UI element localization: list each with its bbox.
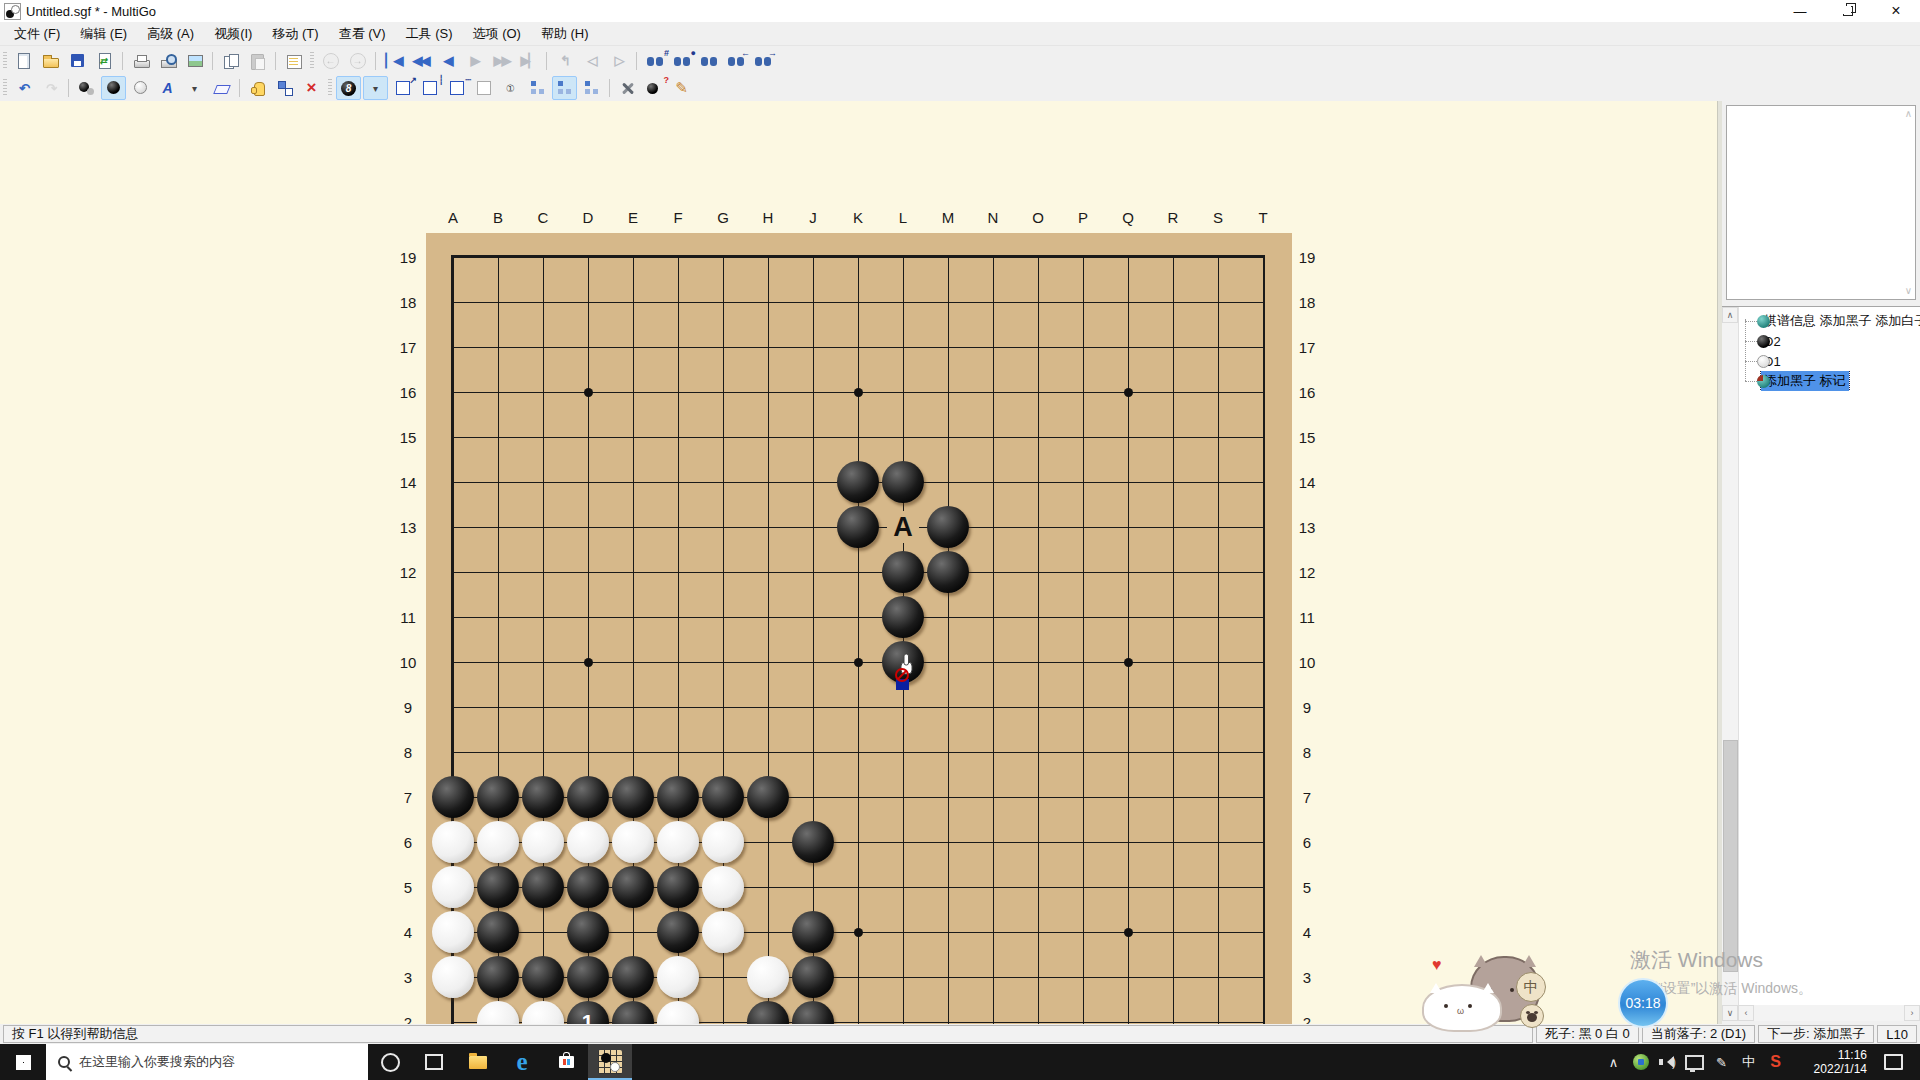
- save-all-button[interactable]: [92, 49, 117, 73]
- clock-date: 2022/1/14: [1789, 1062, 1867, 1076]
- save-file-button[interactable]: [65, 49, 90, 73]
- fast-rewind-button[interactable]: ◀◀: [408, 49, 433, 73]
- coordinate-left-number: 6: [404, 834, 412, 851]
- half-board-horizontal-button[interactable]: ┄: [444, 76, 469, 100]
- white-cat: ω: [1422, 984, 1502, 1032]
- toolbar-separator: [212, 52, 213, 70]
- pass-move-button[interactable]: [245, 76, 270, 100]
- stone-white-G4[interactable]: [702, 911, 744, 953]
- half-board-horizontal-icon: [450, 81, 464, 95]
- find-button[interactable]: [696, 49, 721, 73]
- save-file-icon: [69, 52, 87, 70]
- coordinate-top-letter: R: [1168, 209, 1179, 226]
- move-number-dropdown-icon: ▾: [373, 83, 378, 94]
- multigo-app-icon: [4, 3, 21, 20]
- clock-time: 11:16: [1789, 1048, 1867, 1062]
- tree-node-3[interactable]: D1: [1739, 351, 1920, 371]
- file-explorer-icon: [469, 1056, 487, 1069]
- board-grid[interactable]: 12: [430, 234, 1285, 1024]
- nav-forward-button[interactable]: [345, 49, 370, 73]
- move-number-label: 1: [582, 1010, 594, 1025]
- stone-white-A3[interactable]: [432, 956, 474, 998]
- status-bar: 按 F1 以得到帮助信息 死子: 黑 0 白 0 当前落子: 2 (D1) 下一…: [0, 1024, 1920, 1044]
- coordinate-right-number: 5: [1303, 879, 1311, 896]
- up-variation-button[interactable]: ↰: [552, 49, 577, 73]
- add-black-stone-icon: [105, 79, 123, 97]
- fast-forward-icon: ▶▶: [494, 53, 510, 68]
- stone-black-J2[interactable]: [792, 1001, 834, 1025]
- erase-button[interactable]: [209, 76, 234, 100]
- stone-black-D7[interactable]: [567, 776, 609, 818]
- tree-window-icon: [529, 79, 547, 97]
- find-black-move-button[interactable]: #: [642, 49, 667, 73]
- toolbar-separator: [546, 52, 547, 70]
- comment-scroll-down-icon[interactable]: ∨: [1905, 286, 1912, 296]
- tree-scroll-right-button[interactable]: ›: [1904, 1005, 1920, 1021]
- undo-button[interactable]: ↶: [11, 76, 36, 100]
- tree-scroll-up-button[interactable]: ∧: [1722, 307, 1738, 323]
- tree-scrollbar-thumb[interactable]: [1723, 740, 1738, 972]
- status-help: 按 F1 以得到帮助信息: [3, 1025, 1533, 1043]
- insert-node-button[interactable]: [272, 76, 297, 100]
- toolbar-main: ▏◀◀◀◀▶▶▶▶▏↰◁▷#●←→: [0, 45, 1920, 75]
- coordinate-top-letter: E: [628, 209, 638, 226]
- half-board-vertical-button[interactable]: ┆: [417, 76, 442, 100]
- coordinate-right-number: 2: [1303, 1014, 1311, 1025]
- window-title: Untitled.sgf * - MultiGo: [26, 4, 156, 19]
- play-mode-button[interactable]: [74, 76, 99, 100]
- find-white-move-button[interactable]: ●: [669, 49, 694, 73]
- stone-black-B3[interactable]: [477, 956, 519, 998]
- ime-language-indicator[interactable]: 中: [1735, 1044, 1762, 1080]
- coordinate-right-number: 3: [1303, 969, 1311, 986]
- new-file-icon: [15, 52, 33, 70]
- stone-white-A5[interactable]: [432, 866, 474, 908]
- coordinate-right-number: 10: [1299, 654, 1316, 671]
- add-label-button[interactable]: A: [155, 76, 180, 100]
- menu-edit[interactable]: 编辑 (E): [70, 23, 137, 45]
- mouse-cursor-no-entry: [893, 653, 919, 687]
- prev-variation-icon: ◁: [588, 53, 596, 68]
- stone-black-E3[interactable]: [612, 956, 654, 998]
- toolbar-grip: [3, 52, 7, 70]
- zoom-board-icon: [396, 81, 410, 95]
- stone-white-E6[interactable]: [612, 821, 654, 863]
- notification-icon: [1884, 1054, 1903, 1070]
- toolbar-edit: ↶↷A▾×8▾↗┆┄①?✎: [0, 75, 1920, 101]
- tree-structure-icon: [583, 79, 601, 97]
- taskbar: 在这里输入你要搜索的内容 e ∧ ) ✎ 中 S 11:16 2022/1/14: [0, 1044, 1920, 1080]
- taskbar-app-task-view[interactable]: [412, 1044, 456, 1080]
- stone-black-F4[interactable]: [657, 911, 699, 953]
- stone-black-J3[interactable]: [792, 956, 834, 998]
- stone-white-G6[interactable]: [702, 821, 744, 863]
- toolbar-separator: [375, 52, 376, 70]
- stone-black-D4[interactable]: [567, 911, 609, 953]
- tray-app-icon[interactable]: [1627, 1044, 1654, 1080]
- stone-black-M13[interactable]: [927, 506, 969, 548]
- half-board-vertical-icon: [423, 81, 437, 95]
- edge-icon: e: [516, 1048, 527, 1076]
- tree-scroll-left-button[interactable]: ‹: [1738, 1005, 1754, 1021]
- menu-options[interactable]: 选项 (O): [463, 23, 531, 45]
- comment-box[interactable]: ∧ ∨: [1726, 105, 1916, 300]
- coordinate-top-letter: B: [493, 209, 503, 226]
- toolbar-separator: [275, 52, 276, 70]
- next-move-icon: ▶: [471, 53, 479, 68]
- tree-vertical-scrollbar[interactable]: ∧: [1722, 307, 1739, 1005]
- stone-black-F7[interactable]: [657, 776, 699, 818]
- sogou-input-icon[interactable]: S: [1762, 1044, 1789, 1080]
- coordinate-left-number: 18: [400, 294, 417, 311]
- watermark-line1: 激活 Windows: [1630, 946, 1812, 974]
- tray-expand-button[interactable]: ∧: [1600, 1044, 1627, 1080]
- print-icon: [132, 52, 150, 70]
- menu-video[interactable]: 视频(I): [204, 23, 262, 45]
- coordinate-top-letter: J: [809, 209, 817, 226]
- restore-button[interactable]: [1824, 0, 1872, 22]
- coordinate-left-number: 11: [400, 609, 416, 626]
- restore-icon: [1843, 6, 1853, 16]
- taskbar-app-edge[interactable]: e: [500, 1044, 544, 1080]
- taskbar-app-store[interactable]: [544, 1044, 588, 1080]
- coordinate-top-letter: F: [673, 209, 682, 226]
- show-move-numbers-icon: 8: [341, 81, 356, 96]
- tree-window-button[interactable]: [525, 76, 550, 100]
- ime-language-badge[interactable]: 中: [1516, 972, 1546, 1002]
- find-prev-button[interactable]: ←: [723, 49, 748, 73]
- stone-black-J4[interactable]: [792, 911, 834, 953]
- coordinate-right-number: 7: [1303, 789, 1311, 806]
- coordinate-top-letter: H: [763, 209, 774, 226]
- play-mode-icon: [78, 79, 96, 97]
- stone-white-D6[interactable]: [567, 821, 609, 863]
- status-cursor-coord: L10: [1877, 1025, 1917, 1043]
- coordinate-left-number: 4: [404, 924, 412, 941]
- screen-timer-bubble[interactable]: 03:18: [1618, 978, 1668, 1028]
- multigo-window: Untitled.sgf * - MultiGo — × 文件 (F)编辑 (E…: [0, 0, 1920, 1080]
- zoom-board-marker-icon: ↗: [409, 75, 417, 85]
- tree-hscroll-track[interactable]: [1754, 1005, 1904, 1021]
- find-white-move-icon: [673, 52, 691, 70]
- coordinate-left-number: 17: [400, 339, 417, 356]
- first-move-icon: ▏◀: [386, 53, 402, 68]
- taskbar-app-cortana[interactable]: [368, 1044, 412, 1080]
- taskbar-clock[interactable]: 11:16 2022/1/14: [1789, 1048, 1873, 1076]
- stone-black-A7[interactable]: [432, 776, 474, 818]
- stone-black-B7[interactable]: [477, 776, 519, 818]
- save-all-icon: [96, 52, 114, 70]
- coordinate-top-letter: D: [583, 209, 594, 226]
- volume-icon[interactable]: ): [1654, 1044, 1681, 1080]
- stone-white-C2[interactable]: [522, 1001, 564, 1025]
- window-controls: — ×: [1776, 0, 1920, 22]
- coordinate-left-number: 7: [404, 789, 412, 806]
- ime-skin-badge[interactable]: [1520, 1004, 1544, 1028]
- paste-icon: [249, 52, 267, 70]
- coordinate-left-number: 9: [404, 699, 412, 716]
- print-preview-button[interactable]: [155, 49, 180, 73]
- full-board-icon: [477, 81, 491, 95]
- coordinate-left-number: 12: [400, 564, 417, 581]
- delete-node-icon: ×: [307, 78, 317, 98]
- stone-black-K14[interactable]: [837, 461, 879, 503]
- stone-black-D2[interactable]: 1: [567, 1001, 609, 1025]
- coordinate-left-number: 14: [400, 474, 417, 491]
- tree-node-4[interactable]: 添加黑子 标记: [1739, 371, 1920, 391]
- insert-node-icon: [276, 79, 294, 97]
- last-move-icon: ▶▏: [521, 53, 537, 68]
- minimize-button[interactable]: —: [1776, 0, 1824, 22]
- coordinate-left-number: 15: [400, 429, 417, 446]
- coordinate-left-number: 2: [404, 1014, 412, 1025]
- stone-black-J6[interactable]: [792, 821, 834, 863]
- coordinate-left-number: 19: [400, 249, 417, 266]
- toolbar-separator: [122, 52, 123, 70]
- new-file-button[interactable]: [11, 49, 36, 73]
- coordinate-right-number: 15: [1299, 429, 1316, 446]
- tree-node-teal-icon: [1757, 315, 1770, 328]
- stone-black-G7[interactable]: [702, 776, 744, 818]
- tree-node-label: 棋谱信息 添加黑子 添加白子: [1761, 311, 1920, 331]
- game-info-icon: [285, 52, 303, 70]
- prev-variation-button[interactable]: ◁: [579, 49, 604, 73]
- redo-icon: ↷: [46, 81, 55, 96]
- tree-node-tealmark-icon: [1757, 375, 1770, 388]
- stone-black-E2[interactable]: [612, 1001, 654, 1025]
- title-bar: Untitled.sgf * - MultiGo — ×: [0, 0, 1920, 22]
- full-board-button[interactable]: [471, 76, 496, 100]
- stone-white-A4[interactable]: [432, 911, 474, 953]
- toolbar-separator: [609, 79, 610, 97]
- delete-node-button[interactable]: ×: [299, 76, 324, 100]
- label-dropdown-button[interactable]: ▾: [182, 76, 207, 100]
- coordinate-right-number: 13: [1299, 519, 1316, 536]
- toolbar-grip: [310, 52, 314, 70]
- stone-white-F2[interactable]: [657, 1001, 699, 1025]
- last-move-button[interactable]: ▶▏: [516, 49, 541, 73]
- action-center-button[interactable]: [1873, 1054, 1913, 1070]
- tree-node-black-icon: [1757, 335, 1770, 348]
- cat-sticker: ♥ ω: [1422, 948, 1572, 1028]
- print-preview-icon: [159, 52, 177, 70]
- search-placeholder: 在这里输入你要搜索的内容: [79, 1053, 235, 1071]
- find-next-marker-icon: →: [768, 48, 777, 58]
- stone-black-B4[interactable]: [477, 911, 519, 953]
- number-from-one-icon: ①: [506, 83, 515, 94]
- stone-white-F6[interactable]: [657, 821, 699, 863]
- status-next-step: 下一步: 添加黑子: [1758, 1025, 1874, 1043]
- coordinate-right-number: 14: [1299, 474, 1316, 491]
- edit-brush-icon: ✎: [675, 79, 688, 97]
- open-file-button[interactable]: [38, 49, 63, 73]
- menu-tools[interactable]: 工具 (S): [396, 23, 463, 45]
- menu-view[interactable]: 查看 (V): [329, 23, 396, 45]
- stone-black-E5[interactable]: [612, 866, 654, 908]
- stone-black-H7[interactable]: [747, 776, 789, 818]
- start-button[interactable]: [0, 1044, 46, 1080]
- coordinate-right-number: 19: [1299, 249, 1316, 266]
- search-icon: [58, 1056, 70, 1068]
- find-next-button[interactable]: →: [750, 49, 775, 73]
- ime-pen-icon[interactable]: ✎: [1708, 1044, 1735, 1080]
- zoom-board-button[interactable]: ↗: [390, 76, 415, 100]
- find-icon: [700, 52, 718, 70]
- board-label-L13: A: [887, 511, 919, 543]
- next-variation-icon: ▷: [615, 53, 623, 68]
- coordinate-top-letter: K: [853, 209, 863, 226]
- copy-button[interactable]: [218, 49, 243, 73]
- stone-black-M12[interactable]: [927, 551, 969, 593]
- menu-file[interactable]: 文件 (F): [4, 23, 70, 45]
- cortana-icon: [381, 1053, 400, 1072]
- coordinate-left-number: 3: [404, 969, 412, 986]
- coordinate-left-number: 5: [404, 879, 412, 896]
- tree-node-label: 添加黑子 标记: [1761, 371, 1849, 391]
- coordinate-top-letter: C: [538, 209, 549, 226]
- edit-brush-button[interactable]: ✎: [669, 76, 694, 100]
- toolbar-separator: [636, 52, 637, 70]
- stone-black-H2[interactable]: [747, 1001, 789, 1025]
- number-from-one-button[interactable]: ①: [498, 76, 523, 100]
- copy-icon: [222, 52, 240, 70]
- network-icon[interactable]: [1681, 1044, 1708, 1080]
- menu-move[interactable]: 移动 (T): [262, 23, 328, 45]
- game-tree-panel: ∧ 棋谱信息 添加黑子 添加白子D2D1添加黑子 标记 ∨ ‹ ›: [1722, 306, 1920, 1021]
- settings-tools-button[interactable]: [615, 76, 640, 100]
- prev-move-icon: ◀: [444, 53, 452, 68]
- coordinate-right-number: 11: [1299, 609, 1315, 626]
- erase-icon: [213, 79, 231, 97]
- windows-logo-icon: [16, 1055, 31, 1070]
- next-move-button[interactable]: ▶: [462, 49, 487, 73]
- nav-forward-icon: [349, 52, 367, 70]
- toolbar-grip: [328, 79, 332, 97]
- stone-white-C6[interactable]: [522, 821, 564, 863]
- board-canvas: AABBCCDDEEFFGGHHJJKKLLMMNNOOPPQQRRSSTT19…: [0, 101, 1717, 1024]
- stone-black-E7[interactable]: [612, 776, 654, 818]
- add-label-icon: A: [162, 80, 172, 96]
- task-view-icon: [425, 1054, 443, 1070]
- stone-black-L12[interactable]: [882, 551, 924, 593]
- show-move-numbers-button[interactable]: 8: [336, 76, 361, 100]
- add-black-stone-button[interactable]: [101, 76, 126, 100]
- stone-black-C7[interactable]: [522, 776, 564, 818]
- taskbar-search[interactable]: 在这里输入你要搜索的内容: [46, 1044, 368, 1080]
- coordinate-right-number: 18: [1299, 294, 1316, 311]
- export-image-button[interactable]: [182, 49, 207, 73]
- stone-black-L11[interactable]: [882, 596, 924, 638]
- menu-help[interactable]: 帮助 (H): [531, 23, 599, 45]
- export-image-icon: [186, 52, 204, 70]
- stone-white-A6[interactable]: [432, 821, 474, 863]
- coordinate-left-number: 16: [400, 384, 417, 401]
- paste-button[interactable]: [245, 49, 270, 73]
- next-variation-button[interactable]: ▷: [606, 49, 631, 73]
- print-button[interactable]: [128, 49, 153, 73]
- prev-move-button[interactable]: ◀: [435, 49, 460, 73]
- multigo-icon: [598, 1050, 622, 1074]
- stone-black-K13[interactable]: [837, 506, 879, 548]
- coordinate-top-letter: G: [717, 209, 729, 226]
- coordinate-top-letter: T: [1258, 209, 1267, 226]
- tree-scroll-down-button[interactable]: ∨: [1722, 1005, 1738, 1021]
- tree-structure-button[interactable]: [579, 76, 604, 100]
- taskbar-app-multigo[interactable]: [588, 1044, 632, 1080]
- stone-black-C3[interactable]: [522, 956, 564, 998]
- comment-scroll-up-icon[interactable]: ∧: [1905, 109, 1912, 119]
- find-prev-marker-icon: ←: [741, 48, 750, 58]
- stone-black-F5[interactable]: [657, 866, 699, 908]
- coordinate-left-number: 10: [400, 654, 417, 671]
- up-variation-icon: ↰: [560, 53, 569, 68]
- settings-tools-icon: [619, 79, 637, 97]
- heart-icon: ♥: [1432, 956, 1442, 974]
- coordinate-right-number: 9: [1303, 699, 1311, 716]
- stone-white-B6[interactable]: [477, 821, 519, 863]
- fast-forward-button[interactable]: ▶▶: [489, 49, 514, 73]
- stone-black-D3[interactable]: [567, 956, 609, 998]
- stone-white-G5[interactable]: [702, 866, 744, 908]
- move-number-dropdown-button[interactable]: ▾: [363, 76, 388, 100]
- nav-back-button[interactable]: [318, 49, 343, 73]
- taskbar-app-file-explorer[interactable]: [456, 1044, 500, 1080]
- coordinate-top-letter: S: [1213, 209, 1223, 226]
- first-move-button[interactable]: ▏◀: [381, 49, 406, 73]
- coordinate-left-number: 13: [400, 519, 417, 536]
- undo-icon: ↶: [19, 81, 28, 96]
- nav-back-icon: [322, 52, 340, 70]
- coordinate-right-number: 6: [1303, 834, 1311, 851]
- stone-black-B5[interactable]: [477, 866, 519, 908]
- coordinate-top-letter: M: [942, 209, 955, 226]
- coordinate-top-letter: Q: [1122, 209, 1134, 226]
- stone-black-C5[interactable]: [522, 866, 564, 908]
- coordinate-left-number: 8: [404, 744, 412, 761]
- tree-node-white-icon: [1757, 355, 1770, 368]
- guess-mode-button[interactable]: ?: [642, 76, 667, 100]
- system-tray: ∧ ) ✎ 中 S 11:16 2022/1/14: [1600, 1044, 1920, 1080]
- stone-white-H3[interactable]: [747, 956, 789, 998]
- tree-node-1[interactable]: 棋谱信息 添加黑子 添加白子: [1739, 311, 1920, 331]
- stone-white-F3[interactable]: [657, 956, 699, 998]
- close-button[interactable]: ×: [1872, 0, 1920, 22]
- tree-node-2[interactable]: D2: [1739, 331, 1920, 351]
- add-white-stone-button[interactable]: [128, 76, 153, 100]
- redo-button[interactable]: ↷: [38, 76, 63, 100]
- coordinate-right-number: 12: [1299, 564, 1316, 581]
- stone-black-L14[interactable]: [882, 461, 924, 503]
- store-icon: [559, 1056, 574, 1068]
- coordinate-top-letter: N: [988, 209, 999, 226]
- label-dropdown-icon: ▾: [192, 83, 197, 94]
- game-info-button[interactable]: [281, 49, 306, 73]
- toolbar-separator: [68, 79, 69, 97]
- stone-black-D5[interactable]: [567, 866, 609, 908]
- tree-layout-icon: [556, 79, 574, 97]
- coordinate-top-letter: O: [1032, 209, 1044, 226]
- coordinate-right-number: 17: [1299, 339, 1316, 356]
- tree-horizontal-scrollbar: ∨ ‹ ›: [1722, 1005, 1920, 1021]
- coordinate-right-number: 4: [1303, 924, 1311, 941]
- coordinate-top-letter: L: [899, 209, 907, 226]
- toolbar-grip: [3, 79, 7, 97]
- menu-bar: 文件 (F)编辑 (E)高级 (A)视频(I)移动 (T)查看 (V)工具 (S…: [0, 22, 1920, 45]
- menu-advanced[interactable]: 高级 (A): [137, 23, 204, 45]
- stone-white-B2[interactable]: [477, 1001, 519, 1025]
- coordinate-right-number: 8: [1303, 744, 1311, 761]
- tree-layout-button[interactable]: [552, 76, 577, 100]
